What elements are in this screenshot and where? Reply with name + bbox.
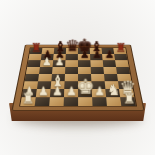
square-e1: [78, 97, 92, 106]
square-e4: [78, 74, 91, 81]
square-a7: [28, 54, 41, 60]
board-grid: ♜♝♛♚♝♜♟♟♟♟♟♟♟♝♟♟♟♟♚♟♞♛♜♜: [20, 48, 136, 106]
square-h2: ♛: [119, 89, 134, 97]
black-queen: ♛: [64, 38, 78, 54]
square-e5: [78, 67, 91, 74]
square-d6: [65, 60, 78, 67]
square-a3: [23, 81, 38, 89]
square-h4: [117, 74, 131, 81]
square-a1: ♜: [20, 97, 36, 106]
square-d7: [65, 54, 77, 60]
square-h1: ♜: [120, 97, 136, 106]
square-b2: ♟: [35, 89, 50, 97]
square-g6: [102, 60, 115, 67]
black-bishop: ♝: [53, 40, 66, 54]
square-a2: ♟: [21, 89, 36, 97]
square-f1: [92, 97, 107, 106]
square-c4: [51, 74, 65, 81]
square-d2: ♟: [63, 89, 77, 97]
square-a5: [26, 67, 40, 74]
square-g5: [103, 67, 117, 74]
black-rook: ♜: [114, 42, 125, 54]
square-g7: ♟: [102, 54, 115, 60]
square-c2: ♟: [49, 89, 63, 97]
square-c6: ♟: [52, 60, 65, 67]
chess-board: ♜♝♛♚♝♜♟♟♟♟♟♟♟♝♟♟♟♟♚♟♞♛♜♜: [11, 45, 144, 111]
black-rook: ♜: [30, 42, 41, 54]
square-g2: ♞: [105, 89, 120, 97]
square-f3: [91, 81, 105, 89]
square-c7: ♟: [53, 54, 66, 60]
square-d5: [65, 67, 78, 74]
square-a6: [27, 60, 41, 67]
square-f7: ♟: [90, 54, 103, 60]
square-h6: [115, 60, 129, 67]
square-b3: [36, 81, 50, 89]
square-e6: [78, 60, 91, 67]
square-d1: [63, 97, 77, 106]
square-f4: [91, 74, 105, 81]
white-rook: ♜: [20, 91, 33, 105]
square-h7: [114, 54, 127, 60]
square-g4: [104, 74, 118, 81]
square-g3: [104, 81, 118, 89]
square-c5: [52, 67, 65, 74]
black-bishop: ♝: [89, 40, 102, 54]
square-b7: ♟: [40, 54, 53, 60]
square-e7: ♟: [78, 54, 90, 60]
square-e3: [78, 81, 92, 89]
white-rook: ♜: [122, 91, 135, 105]
square-a4: [24, 74, 38, 81]
square-b6: ♟: [39, 60, 52, 67]
square-c1: [49, 97, 64, 106]
white-bishop: ♝: [50, 73, 64, 89]
square-f5: [90, 67, 103, 74]
square-b1: [34, 97, 49, 106]
square-d4: [64, 74, 77, 81]
square-g1: [106, 97, 121, 106]
square-c3: ♝: [50, 81, 64, 89]
square-h3: [118, 81, 133, 89]
square-e2: ♚: [78, 89, 92, 97]
square-f6: [90, 60, 103, 67]
square-f2: ♟: [91, 89, 105, 97]
perspective-scene: ♜♝♛♚♝♜♟♟♟♟♟♟♟♝♟♟♟♟♚♟♞♛♜♜: [0, 0, 155, 155]
photo-stage: ♜♝♛♚♝♜♟♟♟♟♟♟♟♝♟♟♟♟♚♟♞♛♜♜: [0, 0, 155, 155]
square-b4: [37, 74, 51, 81]
square-d3: [64, 81, 78, 89]
square-h5: [116, 67, 130, 74]
square-b5: [39, 67, 53, 74]
